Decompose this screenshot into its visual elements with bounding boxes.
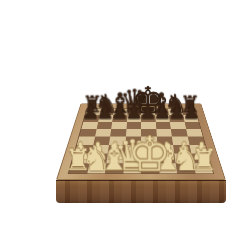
piece-black-knight-b8: ♞: [86, 91, 127, 117]
piece-shadow: [126, 157, 139, 160]
piece-shadow: [85, 117, 96, 119]
piece-shadow: [74, 157, 88, 160]
piece-shadow: [183, 110, 196, 112]
piece-shadow: [171, 117, 182, 119]
piece-shadow: [91, 157, 105, 160]
board-front-edge: [56, 180, 226, 203]
piece-black-knight-g8: ♞: [155, 91, 196, 117]
chess-board: ♜♞♝♛♚♝♞♜♟♟♟♟♟♟♟♟♟♟♟♟♟♟♟♟♜♞♝♛♚♝♞♜: [56, 103, 226, 180]
piece-shadow: [128, 117, 139, 119]
photo-scene: ♜♞♝♛♚♝♞♜♟♟♟♟♟♟♟♟♟♟♟♟♟♟♟♟♜♞♝♛♚♝♞♜: [0, 0, 250, 250]
piece-shadow: [177, 157, 191, 160]
piece-shadow: [186, 117, 197, 119]
piece-shadow: [143, 157, 156, 160]
piece-shadow: [86, 166, 105, 170]
piece-shadow: [143, 117, 154, 119]
piece-shadow: [108, 157, 121, 160]
product-photo: ♜♞♝♛♚♝♞♜♟♟♟♟♟♟♟♟♟♟♟♟♟♟♟♟♜♞♝♛♚♝♞♜: [0, 0, 250, 250]
piece-shadow: [168, 110, 183, 113]
piece-shadow: [176, 166, 195, 170]
piece-shadow: [99, 117, 110, 119]
piece-shadow: [195, 166, 212, 170]
piece-shadow: [160, 157, 173, 160]
piece-black-rook-h8: ♜: [169, 93, 210, 116]
pieces-layer: ♜♞♝♛♚♝♞♜♟♟♟♟♟♟♟♟♟♟♟♟♟♟♟♟♜♞♝♛♚♝♞♜: [56, 103, 226, 180]
piece-shadow: [194, 157, 208, 160]
piece-shadow: [86, 110, 99, 112]
piece-black-rook-a8: ♜: [72, 93, 113, 116]
piece-shadow: [114, 117, 125, 119]
piece-shadow: [154, 110, 170, 113]
piece-shadow: [157, 117, 168, 119]
piece-shadow: [69, 166, 86, 170]
piece-black-king-e8: ♚: [127, 82, 168, 119]
